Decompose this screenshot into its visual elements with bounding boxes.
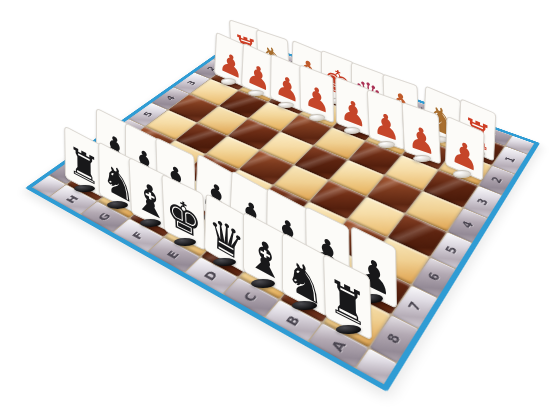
standee-base: [378, 141, 395, 148]
standee-base: [413, 155, 430, 162]
standee-base: [221, 78, 236, 84]
standee-base: [278, 102, 294, 109]
standee-base: [248, 90, 263, 96]
standee-base: [344, 127, 361, 134]
standee-base: [453, 170, 471, 177]
chess-set-photo: HGFEDCBA1122334455667788HGFEDCBA ♜♞♟♝♟♚♟…: [0, 0, 550, 413]
standee-base: [309, 114, 325, 121]
pieces-layer: ♜♞♟♝♟♚♟♛♟♝♟♞♟♜♟♟♟♟♜♟♞♟♝♟♚♟♛♟♝♟♞♜: [0, 0, 550, 413]
standee-base: [251, 279, 275, 288]
